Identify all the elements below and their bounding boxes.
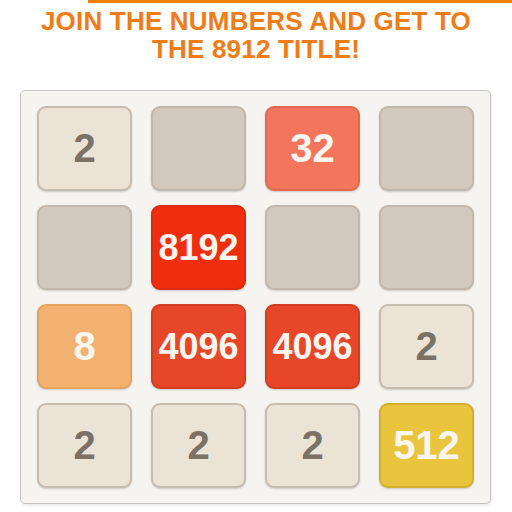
empty-cell-r2c3: [265, 205, 360, 290]
tile-2-r4c2: 2: [151, 403, 246, 488]
empty-cell-r1c4: [379, 106, 474, 191]
game-board[interactable]: 23281928409640962222512: [20, 90, 491, 504]
empty-cell-r1c2: [151, 106, 246, 191]
title-line-2: THE 8912 TITLE!: [152, 34, 360, 64]
tile-2-r4c3: 2: [265, 403, 360, 488]
tile-512-r4c4: 512: [379, 403, 474, 488]
tile-8-r3c1: 8: [37, 304, 132, 389]
tile-2-r3c4: 2: [379, 304, 474, 389]
tile-2-r1c1: 2: [37, 106, 132, 191]
title-line-1: JOIN THE NUMBERS AND GET TO: [41, 6, 471, 36]
tile-4096-r3c2: 4096: [151, 304, 246, 389]
tile-4096-r3c3: 4096: [265, 304, 360, 389]
empty-cell-r2c4: [379, 205, 474, 290]
app-window: JOIN THE NUMBERS AND GET TO THE 8912 TIT…: [0, 0, 512, 512]
tile-2-r4c1: 2: [37, 403, 132, 488]
empty-cell-r2c1: [37, 205, 132, 290]
tile-8192-r2c2: 8192: [151, 205, 246, 290]
top-accent-line: [88, 0, 512, 3]
tile-32-r1c3: 32: [265, 106, 360, 191]
page-title: JOIN THE NUMBERS AND GET TO THE 8912 TIT…: [0, 7, 512, 63]
